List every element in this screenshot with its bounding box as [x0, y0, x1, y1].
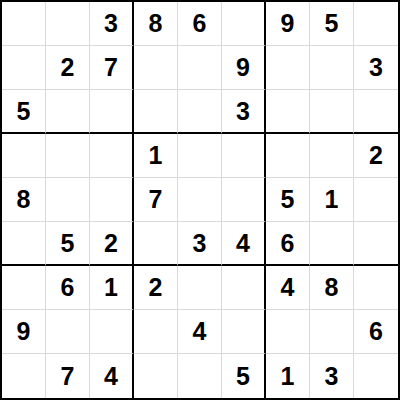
cell-r5c3[interactable] — [90, 178, 134, 222]
cell-r7c2[interactable]: 6 — [46, 266, 90, 310]
cell-r2c4[interactable] — [134, 46, 178, 90]
cell-r1c4[interactable]: 8 — [134, 2, 178, 46]
cell-r8c2[interactable] — [46, 310, 90, 354]
cell-r4c4[interactable]: 1 — [134, 134, 178, 178]
cell-r7c8[interactable]: 8 — [310, 266, 354, 310]
cell-r9c7[interactable]: 1 — [266, 354, 310, 398]
cell-r4c1[interactable] — [2, 134, 46, 178]
cell-r4c6[interactable] — [222, 134, 266, 178]
cell-r2c8[interactable] — [310, 46, 354, 90]
cell-r9c6[interactable]: 5 — [222, 354, 266, 398]
cell-r6c4[interactable] — [134, 222, 178, 266]
cell-r2c1[interactable] — [2, 46, 46, 90]
cell-r9c1[interactable] — [2, 354, 46, 398]
cell-r3c1[interactable]: 5 — [2, 90, 46, 134]
cell-r8c1[interactable]: 9 — [2, 310, 46, 354]
cell-r5c4[interactable]: 7 — [134, 178, 178, 222]
cell-r5c7[interactable]: 5 — [266, 178, 310, 222]
cell-r6c2[interactable]: 5 — [46, 222, 90, 266]
cell-r9c5[interactable] — [178, 354, 222, 398]
cell-r6c1[interactable] — [2, 222, 46, 266]
cell-r6c7[interactable]: 6 — [266, 222, 310, 266]
cell-r1c2[interactable] — [46, 2, 90, 46]
cell-r2c7[interactable] — [266, 46, 310, 90]
cell-r7c3[interactable]: 1 — [90, 266, 134, 310]
cell-r8c5[interactable]: 4 — [178, 310, 222, 354]
cell-r2c6[interactable]: 9 — [222, 46, 266, 90]
cell-r5c5[interactable] — [178, 178, 222, 222]
cell-r3c8[interactable] — [310, 90, 354, 134]
cell-r7c6[interactable] — [222, 266, 266, 310]
cell-r9c8[interactable]: 3 — [310, 354, 354, 398]
cell-r2c2[interactable]: 2 — [46, 46, 90, 90]
cell-r3c7[interactable] — [266, 90, 310, 134]
cell-r7c7[interactable]: 4 — [266, 266, 310, 310]
cell-r2c5[interactable] — [178, 46, 222, 90]
cell-r8c4[interactable] — [134, 310, 178, 354]
cell-r4c2[interactable] — [46, 134, 90, 178]
cell-r8c7[interactable] — [266, 310, 310, 354]
cell-r6c6[interactable]: 4 — [222, 222, 266, 266]
sudoku-board: 38695279353128751523466124894674513 — [0, 0, 400, 400]
cell-r8c3[interactable] — [90, 310, 134, 354]
cell-r4c8[interactable] — [310, 134, 354, 178]
cell-r6c8[interactable] — [310, 222, 354, 266]
cell-r5c6[interactable] — [222, 178, 266, 222]
cell-r4c3[interactable] — [90, 134, 134, 178]
cell-r1c1[interactable] — [2, 2, 46, 46]
cell-r8c8[interactable] — [310, 310, 354, 354]
cell-r7c9[interactable] — [354, 266, 398, 310]
cell-r2c9[interactable]: 3 — [354, 46, 398, 90]
cell-r3c6[interactable]: 3 — [222, 90, 266, 134]
cell-r8c9[interactable]: 6 — [354, 310, 398, 354]
cell-r4c5[interactable] — [178, 134, 222, 178]
cell-r6c9[interactable] — [354, 222, 398, 266]
cell-r6c3[interactable]: 2 — [90, 222, 134, 266]
cell-r3c9[interactable] — [354, 90, 398, 134]
cell-r1c3[interactable]: 3 — [90, 2, 134, 46]
cell-r7c5[interactable] — [178, 266, 222, 310]
cell-r5c8[interactable]: 1 — [310, 178, 354, 222]
cell-r9c4[interactable] — [134, 354, 178, 398]
cell-r1c7[interactable]: 9 — [266, 2, 310, 46]
cell-r7c4[interactable]: 2 — [134, 266, 178, 310]
cell-r3c5[interactable] — [178, 90, 222, 134]
cell-r5c1[interactable]: 8 — [2, 178, 46, 222]
cell-r3c3[interactable] — [90, 90, 134, 134]
cell-r5c9[interactable] — [354, 178, 398, 222]
cell-r3c2[interactable] — [46, 90, 90, 134]
cell-r3c4[interactable] — [134, 90, 178, 134]
cell-r1c6[interactable] — [222, 2, 266, 46]
cell-r1c8[interactable]: 5 — [310, 2, 354, 46]
cell-r2c3[interactable]: 7 — [90, 46, 134, 90]
cell-r1c5[interactable]: 6 — [178, 2, 222, 46]
cell-r7c1[interactable] — [2, 266, 46, 310]
cell-r4c9[interactable]: 2 — [354, 134, 398, 178]
cell-r8c6[interactable] — [222, 310, 266, 354]
cell-r6c5[interactable]: 3 — [178, 222, 222, 266]
cell-r9c9[interactable] — [354, 354, 398, 398]
cell-r1c9[interactable] — [354, 2, 398, 46]
cell-r9c3[interactable]: 4 — [90, 354, 134, 398]
cell-r9c2[interactable]: 7 — [46, 354, 90, 398]
cell-r4c7[interactable] — [266, 134, 310, 178]
cell-r5c2[interactable] — [46, 178, 90, 222]
